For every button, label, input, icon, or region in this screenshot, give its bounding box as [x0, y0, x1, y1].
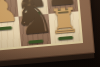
rook-icon: ♜ [47, 3, 80, 38]
piece-black-knight[interactable]: ♞ [21, 39, 51, 42]
square-h1[interactable]: ♜ [48, 11, 81, 44]
chess-board-frame: ♟♟♟♞♜ [0, 0, 95, 67]
square-g1[interactable]: ♞ [19, 14, 52, 47]
board-grid: ♟♟♟♞♜ [0, 0, 81, 62]
photo-viewport: ♟♟♟♞♜ [0, 0, 100, 67]
piece-white-rook[interactable]: ♜ [51, 35, 81, 38]
